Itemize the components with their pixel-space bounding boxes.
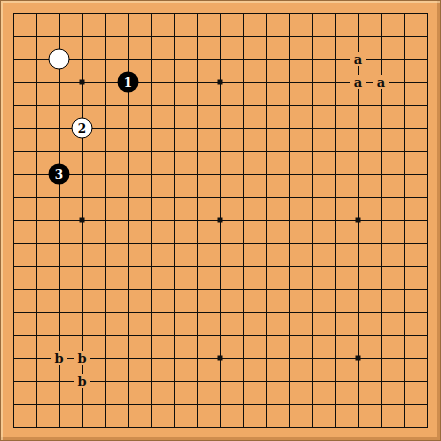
stone-white-c17 [49, 49, 70, 70]
go-board: aaabbb123 [0, 0, 441, 441]
star-point [218, 80, 223, 85]
stone-black-3: 3 [49, 164, 70, 185]
star-point [356, 356, 361, 361]
point-label-a-r16: a [373, 75, 389, 89]
star-point [218, 356, 223, 361]
point-label-b-d4: b [74, 351, 90, 365]
point-label-b-d3: b [74, 374, 90, 388]
star-point [218, 218, 223, 223]
point-label-a-q17: a [350, 52, 366, 66]
stone-white-2: 2 [72, 118, 93, 139]
star-point [80, 218, 85, 223]
star-point [356, 218, 361, 223]
star-point [80, 80, 85, 85]
stone-black-1: 1 [118, 72, 139, 93]
point-label-a-q16: a [350, 75, 366, 89]
point-label-b-c4: b [51, 351, 67, 365]
